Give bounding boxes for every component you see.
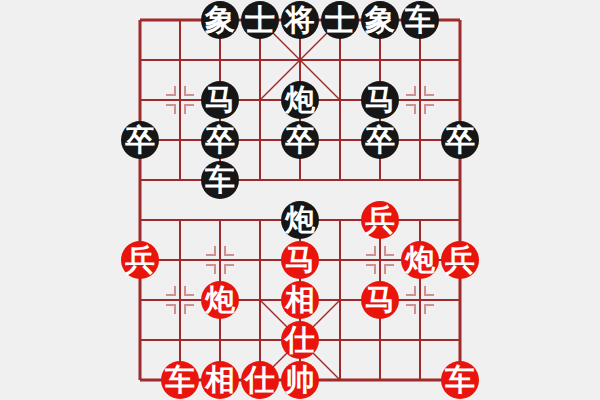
black-general[interactable]: 将 (281, 1, 319, 39)
red-advisor[interactable]: 仕 (241, 361, 279, 399)
xiangqi-app: 象士将士象车马炮马卒卒卒卒卒车炮兵兵马炮兵炮相马仕车相仕帅车 (0, 0, 600, 400)
pieces-layer: 象士将士象车马炮马卒卒卒卒卒车炮兵兵马炮兵炮相马仕车相仕帅车 (0, 0, 600, 400)
red-soldier[interactable]: 兵 (361, 201, 399, 239)
red-soldier[interactable]: 兵 (121, 241, 159, 279)
black-chariot[interactable]: 车 (401, 1, 439, 39)
red-chariot[interactable]: 车 (161, 361, 199, 399)
red-cannon[interactable]: 炮 (201, 281, 239, 319)
red-cannon[interactable]: 炮 (401, 241, 439, 279)
black-elephant[interactable]: 象 (201, 1, 239, 39)
black-cannon[interactable]: 炮 (281, 201, 319, 239)
black-chariot[interactable]: 车 (201, 161, 239, 199)
black-soldier[interactable]: 卒 (361, 121, 399, 159)
black-soldier[interactable]: 卒 (201, 121, 239, 159)
black-advisor[interactable]: 士 (241, 1, 279, 39)
black-horse[interactable]: 马 (361, 81, 399, 119)
red-general[interactable]: 帅 (281, 361, 319, 399)
red-soldier[interactable]: 兵 (441, 241, 479, 279)
red-elephant[interactable]: 相 (281, 281, 319, 319)
black-cannon[interactable]: 炮 (281, 81, 319, 119)
black-soldier[interactable]: 卒 (281, 121, 319, 159)
black-soldier[interactable]: 卒 (121, 121, 159, 159)
red-chariot[interactable]: 车 (441, 361, 479, 399)
black-horse[interactable]: 马 (201, 81, 239, 119)
black-soldier[interactable]: 卒 (441, 121, 479, 159)
red-horse[interactable]: 马 (281, 241, 319, 279)
red-horse[interactable]: 马 (361, 281, 399, 319)
black-advisor[interactable]: 士 (321, 1, 359, 39)
red-advisor[interactable]: 仕 (281, 321, 319, 359)
red-elephant[interactable]: 相 (201, 361, 239, 399)
black-elephant[interactable]: 象 (361, 1, 399, 39)
